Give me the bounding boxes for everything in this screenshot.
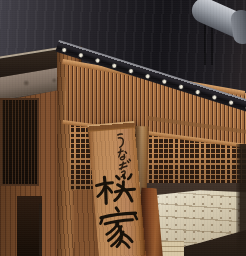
right-edge-shadow xyxy=(236,144,246,256)
kanji-ya-character xyxy=(99,206,139,250)
dark-lattice-door xyxy=(0,98,39,186)
storefront-photo: うなぎ 桜家 xyxy=(0,0,246,256)
thin-rod xyxy=(39,203,42,256)
kanji-sakura-character xyxy=(96,174,136,204)
kana-unagi-text xyxy=(116,133,131,177)
